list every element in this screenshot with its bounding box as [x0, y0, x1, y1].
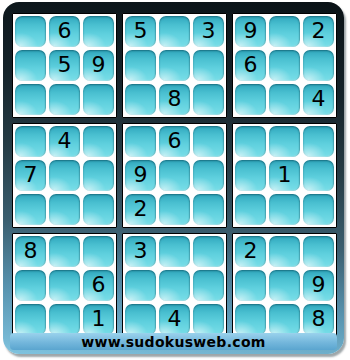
given-digit: 6 — [244, 54, 258, 76]
given-digit: 6 — [92, 274, 106, 296]
given-digit: 2 — [312, 20, 326, 42]
given-digit: 8 — [24, 240, 38, 262]
cell-r4c6[interactable] — [193, 126, 224, 157]
box-9: 298 — [232, 233, 337, 338]
sudoku-board: 659538926447692186134298 — [12, 13, 337, 338]
cell-r1c8[interactable] — [269, 16, 300, 47]
cell-r5c2[interactable] — [49, 160, 80, 191]
cell-r7c2[interactable] — [49, 236, 80, 267]
given-digit: 2 — [244, 240, 258, 262]
cell-r4c3[interactable] — [83, 126, 114, 157]
box-3: 9264 — [232, 13, 337, 118]
cell-r5c6[interactable] — [193, 160, 224, 191]
given-digit: 2 — [134, 198, 148, 220]
box-6: 1 — [232, 123, 337, 228]
cell-r3c6[interactable] — [193, 84, 224, 115]
cell-r9c7[interactable] — [235, 304, 266, 335]
cell-r2c4[interactable] — [125, 50, 156, 81]
cell-r4c7[interactable] — [235, 126, 266, 157]
cell-r5c4[interactable]: 9 — [125, 160, 156, 191]
cell-r1c3[interactable] — [83, 16, 114, 47]
puzzle-frame: 659538926447692186134298 www.sudokusweb.… — [3, 2, 344, 354]
cell-r7c4[interactable]: 3 — [125, 236, 156, 267]
cell-r8c8[interactable] — [269, 270, 300, 301]
given-digit: 1 — [278, 164, 292, 186]
cell-r8c1[interactable] — [15, 270, 46, 301]
cell-r4c1[interactable] — [15, 126, 46, 157]
given-digit: 9 — [92, 54, 106, 76]
box-5: 692 — [122, 123, 227, 228]
cell-r1c9[interactable]: 2 — [303, 16, 334, 47]
cell-r4c2[interactable]: 4 — [49, 126, 80, 157]
footer-bar: www.sudokusweb.com — [10, 333, 337, 350]
cell-r3c5[interactable]: 8 — [159, 84, 190, 115]
given-digit: 5 — [58, 54, 72, 76]
cell-r9c3[interactable]: 1 — [83, 304, 114, 335]
given-digit: 3 — [202, 20, 216, 42]
cell-r4c9[interactable] — [303, 126, 334, 157]
cell-r8c9[interactable]: 9 — [303, 270, 334, 301]
cell-r6c8[interactable] — [269, 194, 300, 225]
cell-r6c1[interactable] — [15, 194, 46, 225]
given-digit: 9 — [312, 274, 326, 296]
cell-r4c4[interactable] — [125, 126, 156, 157]
cell-r8c5[interactable] — [159, 270, 190, 301]
cell-r5c5[interactable] — [159, 160, 190, 191]
given-digit: 8 — [312, 308, 326, 330]
cell-r1c6[interactable]: 3 — [193, 16, 224, 47]
cell-r7c9[interactable] — [303, 236, 334, 267]
cell-r6c4[interactable]: 2 — [125, 194, 156, 225]
cell-r7c7[interactable]: 2 — [235, 236, 266, 267]
given-digit: 7 — [24, 164, 38, 186]
cell-r3c4[interactable] — [125, 84, 156, 115]
cell-r3c1[interactable] — [15, 84, 46, 115]
cell-r9c4[interactable] — [125, 304, 156, 335]
cell-r7c6[interactable] — [193, 236, 224, 267]
cell-r3c7[interactable] — [235, 84, 266, 115]
given-digit: 4 — [312, 88, 326, 110]
box-4: 47 — [12, 123, 117, 228]
cell-r6c2[interactable] — [49, 194, 80, 225]
cell-r4c5[interactable]: 6 — [159, 126, 190, 157]
box-2: 538 — [122, 13, 227, 118]
given-digit: 9 — [134, 164, 148, 186]
cell-r5c7[interactable] — [235, 160, 266, 191]
cell-r8c2[interactable] — [49, 270, 80, 301]
cell-r5c8[interactable]: 1 — [269, 160, 300, 191]
cell-r6c5[interactable] — [159, 194, 190, 225]
given-digit: 9 — [244, 20, 258, 42]
cell-r6c7[interactable] — [235, 194, 266, 225]
cell-r5c1[interactable]: 7 — [15, 160, 46, 191]
cell-r2c2[interactable]: 5 — [49, 50, 80, 81]
cell-r7c5[interactable] — [159, 236, 190, 267]
cell-r6c6[interactable] — [193, 194, 224, 225]
cell-r9c8[interactable] — [269, 304, 300, 335]
cell-r2c7[interactable]: 6 — [235, 50, 266, 81]
website-caption: www.sudokusweb.com — [81, 335, 265, 349]
given-digit: 4 — [168, 308, 182, 330]
given-digit: 5 — [134, 20, 148, 42]
cell-r9c5[interactable]: 4 — [159, 304, 190, 335]
cell-r5c3[interactable] — [83, 160, 114, 191]
cell-r5c9[interactable] — [303, 160, 334, 191]
cell-r7c8[interactable] — [269, 236, 300, 267]
cell-r2c8[interactable] — [269, 50, 300, 81]
cell-r1c4[interactable]: 5 — [125, 16, 156, 47]
box-8: 34 — [122, 233, 227, 338]
box-1: 659 — [12, 13, 117, 118]
cell-r7c3[interactable] — [83, 236, 114, 267]
cell-r2c9[interactable] — [303, 50, 334, 81]
cell-r8c3[interactable]: 6 — [83, 270, 114, 301]
cell-r2c1[interactable] — [15, 50, 46, 81]
cell-r4c8[interactable] — [269, 126, 300, 157]
cell-r3c2[interactable] — [49, 84, 80, 115]
cell-r9c2[interactable] — [49, 304, 80, 335]
cell-r1c1[interactable] — [15, 16, 46, 47]
cell-r8c4[interactable] — [125, 270, 156, 301]
cell-r9c6[interactable] — [193, 304, 224, 335]
cell-r9c1[interactable] — [15, 304, 46, 335]
cell-r6c9[interactable] — [303, 194, 334, 225]
cell-r1c7[interactable]: 9 — [235, 16, 266, 47]
given-digit: 6 — [168, 130, 182, 152]
page: 659538926447692186134298 www.sudokusweb.… — [0, 0, 350, 360]
given-digit: 1 — [92, 308, 106, 330]
cell-r3c9[interactable]: 4 — [303, 84, 334, 115]
cell-r9c9[interactable]: 8 — [303, 304, 334, 335]
cell-r1c2[interactable]: 6 — [49, 16, 80, 47]
given-digit: 6 — [58, 20, 72, 42]
cell-r1c5[interactable] — [159, 16, 190, 47]
cell-r8c7[interactable] — [235, 270, 266, 301]
given-digit: 3 — [134, 240, 148, 262]
cell-r2c6[interactable] — [193, 50, 224, 81]
cell-r6c3[interactable] — [83, 194, 114, 225]
cell-r7c1[interactable]: 8 — [15, 236, 46, 267]
cell-r8c6[interactable] — [193, 270, 224, 301]
box-7: 861 — [12, 233, 117, 338]
given-digit: 8 — [168, 88, 182, 110]
cell-r2c5[interactable] — [159, 50, 190, 81]
cell-r3c3[interactable] — [83, 84, 114, 115]
cell-r3c8[interactable] — [269, 84, 300, 115]
cell-r2c3[interactable]: 9 — [83, 50, 114, 81]
given-digit: 4 — [58, 130, 72, 152]
